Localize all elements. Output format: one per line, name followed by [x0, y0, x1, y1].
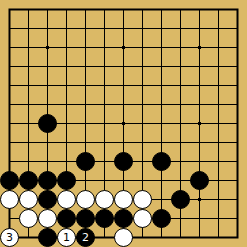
stone-black-move-2[interactable]: 2: [76, 228, 95, 247]
stone-black[interactable]: [38, 171, 57, 190]
go-board[interactable]: 312: [0, 0, 247, 247]
stone-white[interactable]: [0, 190, 19, 209]
stone-black[interactable]: [171, 190, 190, 209]
stones-layer: 312: [0, 0, 247, 247]
stone-white[interactable]: [114, 190, 133, 209]
stone-white[interactable]: [133, 190, 152, 209]
stone-black[interactable]: [19, 171, 38, 190]
stone-black[interactable]: [114, 152, 133, 171]
stone-white[interactable]: [38, 209, 57, 228]
stone-black[interactable]: [0, 171, 19, 190]
stone-white[interactable]: [57, 190, 76, 209]
move-number: 2: [82, 232, 89, 243]
stone-black[interactable]: [114, 209, 133, 228]
stone-black[interactable]: [152, 209, 171, 228]
stone-black[interactable]: [38, 114, 57, 133]
stone-black[interactable]: [38, 228, 57, 247]
stone-black[interactable]: [76, 209, 95, 228]
move-number: 1: [63, 232, 70, 243]
stone-white[interactable]: [95, 190, 114, 209]
stone-black[interactable]: [152, 152, 171, 171]
stone-black[interactable]: [76, 152, 95, 171]
stone-white-move-1[interactable]: 1: [57, 228, 76, 247]
move-number: 3: [6, 232, 13, 243]
stone-black[interactable]: [57, 209, 76, 228]
stone-white[interactable]: [114, 228, 133, 247]
stone-black[interactable]: [38, 190, 57, 209]
stone-white[interactable]: [133, 209, 152, 228]
stone-black[interactable]: [95, 209, 114, 228]
stone-white[interactable]: [19, 209, 38, 228]
stone-white-move-3[interactable]: 3: [0, 228, 19, 247]
stone-white[interactable]: [19, 190, 38, 209]
stone-white[interactable]: [76, 190, 95, 209]
stone-black[interactable]: [190, 171, 209, 190]
stone-black[interactable]: [57, 171, 76, 190]
